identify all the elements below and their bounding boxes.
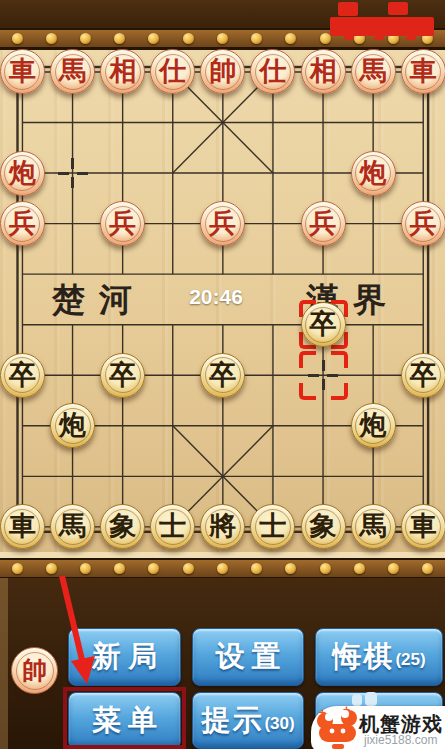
gold-stud-icon <box>114 563 125 574</box>
piece-black-馬[interactable]: 馬 <box>50 504 95 549</box>
watermark-url: jixie5188.com <box>364 733 437 747</box>
piece-red-兵[interactable]: 兵 <box>100 201 145 246</box>
board-intersection: 車 <box>0 502 48 553</box>
board-intersection: 卒 <box>198 350 248 401</box>
gold-stud-icon <box>285 33 296 44</box>
board-intersection: 馬 <box>48 502 98 553</box>
piece-black-卒[interactable]: 卒 <box>0 353 45 398</box>
board-intersection: 車 <box>398 502 445 553</box>
piece-black-象[interactable]: 象 <box>100 504 145 549</box>
settings-button[interactable]: 设置 <box>192 628 304 686</box>
board-intersection: 帥 <box>198 47 248 98</box>
piece-red-兵[interactable]: 兵 <box>401 201 445 246</box>
piece-black-士[interactable]: 士 <box>250 504 295 549</box>
board-intersection: 兵 <box>0 198 48 249</box>
gold-stud-icon <box>354 563 365 574</box>
board-intersection: 象 <box>98 502 148 553</box>
gold-stud-icon <box>251 563 262 574</box>
piece-red-仕[interactable]: 仕 <box>150 49 195 94</box>
gold-stud-icon <box>183 33 194 44</box>
gold-stud-icon <box>46 563 57 574</box>
piece-red-相[interactable]: 相 <box>301 49 346 94</box>
piece-black-卒[interactable]: 卒 <box>200 353 245 398</box>
gold-stud-icon <box>114 33 125 44</box>
board-intersection: 兵 <box>98 198 148 249</box>
board-intersection <box>48 148 98 199</box>
gold-stud-icon <box>388 563 399 574</box>
gold-stud-icon <box>80 33 91 44</box>
piece-red-車[interactable]: 車 <box>0 49 45 94</box>
watermark-dot <box>365 692 377 706</box>
gold-stud-icon <box>422 563 433 574</box>
piece-black-車[interactable]: 車 <box>401 504 445 549</box>
board-intersection: 兵 <box>198 198 248 249</box>
board-intersection: 卒 <box>0 350 48 401</box>
gold-stud-icon <box>12 33 23 44</box>
piece-black-卒[interactable]: 卒 <box>301 302 346 347</box>
board-intersection: 士 <box>148 502 198 553</box>
board-intersection <box>298 350 348 401</box>
xiangqi-app: 楚河 漢界 20:46 車馬相仕帥仕相馬車炮炮兵兵兵兵兵卒卒卒卒卒炮炮車馬象士將… <box>0 0 445 749</box>
red-general-player-icon: 帥 <box>11 647 58 694</box>
piece-black-炮[interactable]: 炮 <box>50 403 95 448</box>
bottom-studded-rail <box>0 558 445 580</box>
gold-stud-icon <box>148 33 159 44</box>
board-intersection: 車 <box>398 47 445 98</box>
undo-button[interactable]: 悔棋(25) <box>315 628 443 686</box>
piece-red-兵[interactable]: 兵 <box>200 201 245 246</box>
board-intersection: 仕 <box>248 47 298 98</box>
piece-red-仕[interactable]: 仕 <box>250 49 295 94</box>
piece-red-兵[interactable]: 兵 <box>0 201 45 246</box>
gold-stud-icon <box>320 563 331 574</box>
board-grid: 車馬相仕帥仕相馬車炮炮兵兵兵兵兵卒卒卒卒卒炮炮車馬象士將士象馬車 <box>0 47 445 552</box>
piece-black-馬[interactable]: 馬 <box>351 504 396 549</box>
board-intersection: 兵 <box>298 198 348 249</box>
piece-red-炮[interactable]: 炮 <box>351 151 396 196</box>
pixel-crab-logo-icon <box>330 2 440 40</box>
board-intersection: 仕 <box>148 47 198 98</box>
piece-black-士[interactable]: 士 <box>150 504 195 549</box>
last-move-bracket-marker <box>299 351 348 400</box>
gold-stud-icon <box>217 563 228 574</box>
board-intersection: 炮 <box>48 401 98 452</box>
piece-black-象[interactable]: 象 <box>301 504 346 549</box>
piece-black-卒[interactable]: 卒 <box>100 353 145 398</box>
board-intersection: 卒 <box>98 350 148 401</box>
board-intersection: 馬 <box>48 47 98 98</box>
hint-button[interactable]: 提示(30) <box>192 692 304 749</box>
board-intersection: 相 <box>298 47 348 98</box>
hint-count: (30) <box>264 714 294 734</box>
board-intersection: 卒 <box>398 350 445 401</box>
board-intersection: 炮 <box>348 148 398 199</box>
gold-stud-icon <box>183 563 194 574</box>
piece-red-車[interactable]: 車 <box>401 49 445 94</box>
gold-stud-icon <box>148 563 159 574</box>
board-intersection: 象 <box>298 502 348 553</box>
piece-red-帥[interactable]: 帥 <box>200 49 245 94</box>
gold-stud-icon <box>251 33 262 44</box>
gold-stud-icon <box>285 563 296 574</box>
piece-red-兵[interactable]: 兵 <box>301 201 346 246</box>
gold-stud-icon <box>46 33 57 44</box>
board-intersection: 炮 <box>0 148 48 199</box>
board-intersection: 相 <box>98 47 148 98</box>
board-intersection: 炮 <box>348 401 398 452</box>
menu-button[interactable]: 菜单 <box>68 692 181 749</box>
undo-count: (25) <box>395 650 425 670</box>
piece-black-炮[interactable]: 炮 <box>351 403 396 448</box>
new-game-button[interactable]: 新局 <box>68 628 181 686</box>
piece-black-將[interactable]: 將 <box>200 504 245 549</box>
board-intersection: 馬 <box>348 502 398 553</box>
piece-red-馬[interactable]: 馬 <box>351 49 396 94</box>
board-intersection: 馬 <box>348 47 398 98</box>
last-move-cross-marker <box>57 157 89 189</box>
piece-red-相[interactable]: 相 <box>100 49 145 94</box>
board-intersection: 車 <box>0 47 48 98</box>
board-intersection: 兵 <box>398 198 445 249</box>
piece-red-馬[interactable]: 馬 <box>50 49 95 94</box>
gold-stud-icon <box>12 563 23 574</box>
gold-stud-icon <box>217 33 228 44</box>
board-intersection: 將 <box>198 502 248 553</box>
gold-stud-icon <box>320 33 331 44</box>
gold-stud-icon <box>80 563 91 574</box>
board-intersection: 士 <box>248 502 298 553</box>
piece-black-車[interactable]: 車 <box>0 504 45 549</box>
piece-black-卒[interactable]: 卒 <box>401 353 445 398</box>
crab-icon: + + <box>313 703 363 749</box>
piece-red-炮[interactable]: 炮 <box>0 151 45 196</box>
